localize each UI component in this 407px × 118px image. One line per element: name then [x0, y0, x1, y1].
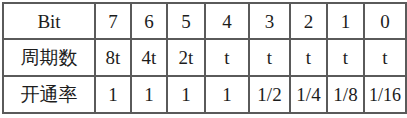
row-header-cell: Bit — [4, 4, 94, 38]
value-cell: 4t — [132, 40, 166, 75]
value-cell: t — [250, 40, 289, 75]
value-cell: 5 — [168, 4, 204, 38]
value-cell: t — [206, 40, 248, 75]
value-cell: 8t — [96, 40, 130, 75]
value-cell: t — [291, 40, 326, 75]
value-cell: t — [328, 40, 363, 75]
value-cell: 1 — [168, 77, 204, 112]
value-cell: 1 — [132, 77, 166, 112]
value-cell: 1/4 — [291, 77, 326, 112]
value-cell: 1/8 — [328, 77, 363, 112]
value-cell: 3 — [250, 4, 289, 38]
value-cell: 0 — [365, 4, 405, 38]
value-cell: 1/16 — [365, 77, 405, 112]
bit-table: Bit 7 6 5 4 3 2 1 0 周期数 8t 4t 2t t t t t… — [2, 2, 407, 114]
table-grid: Bit 7 6 5 4 3 2 1 0 周期数 8t 4t 2t t t t t… — [2, 2, 407, 114]
value-cell: 1 — [206, 77, 248, 112]
value-cell: 7 — [96, 4, 130, 38]
value-cell: 2t — [168, 40, 204, 75]
value-cell: 1/2 — [250, 77, 289, 112]
row-header-cell: 周期数 — [4, 40, 94, 75]
value-cell: 1 — [96, 77, 130, 112]
value-cell: t — [365, 40, 405, 75]
value-cell: 6 — [132, 4, 166, 38]
value-cell: 1 — [328, 4, 363, 38]
row-header-cell: 开通率 — [4, 77, 94, 112]
value-cell: 4 — [206, 4, 248, 38]
value-cell: 2 — [291, 4, 326, 38]
